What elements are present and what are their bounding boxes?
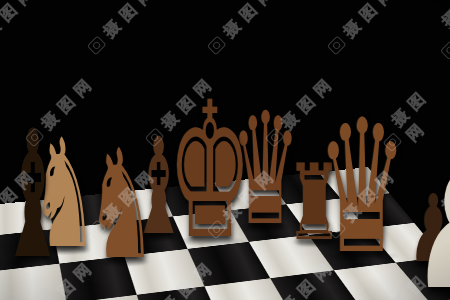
watermark-tile: 摄图网: [0, 0, 43, 58]
watermark-text: 摄图网: [438, 1, 450, 62]
chess-piece-dark-knight: ♞: [82, 130, 161, 281]
chess-piece-dark-king: ♚: [163, 77, 257, 265]
watermark-text: 摄图网: [339, 0, 403, 43]
camera-logo-icon: [207, 35, 227, 55]
camera-logo-icon: [327, 35, 347, 55]
chess-piece-dark-bishop-left: ♝: [0, 108, 70, 284]
watermark-tile: 摄图网: [84, 0, 163, 58]
camera-logo-icon: [440, 40, 450, 60]
watermark-tile: 摄图网: [422, 1, 450, 77]
chess-piece-dark-queen-front: ♛: [311, 95, 412, 279]
watermark-tile: 摄图网: [324, 0, 403, 58]
watermark-tile: 摄图网: [204, 0, 283, 58]
chess-piece-white-pawn: ♟: [404, 124, 450, 300]
watermark-text: 摄图网: [219, 0, 283, 43]
camera-logo-icon: [87, 35, 107, 55]
watermark-text: 摄图网: [99, 0, 163, 43]
stock-photo-canvas: ♝♞♞♝♚♛♜♛♟♟ 摄图网摄图网摄图网摄图网摄图网摄图网摄图网摄图网摄图网摄图…: [0, 0, 450, 300]
watermark-text: 摄图网: [0, 0, 43, 43]
